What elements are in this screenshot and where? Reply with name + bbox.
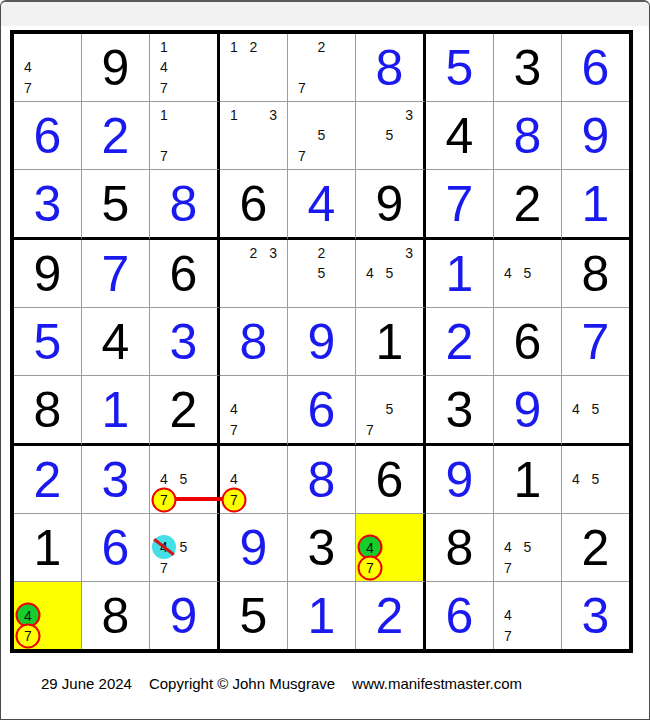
cell-r8c6[interactable]: 47 bbox=[356, 514, 426, 582]
candidate-pos-3: 3 bbox=[263, 243, 283, 263]
cell-r6c3[interactable]: 2 bbox=[150, 376, 220, 446]
cell-r6c4[interactable]: 47 bbox=[220, 376, 288, 446]
candidate-pos-8 bbox=[174, 558, 194, 578]
cell-r4c6[interactable]: 345 bbox=[356, 240, 426, 308]
candidate-pos-8 bbox=[244, 146, 264, 166]
solved-digit: 9 bbox=[220, 514, 287, 581]
given-digit: 3 bbox=[288, 514, 355, 581]
cell-r1c2[interactable]: 9 bbox=[82, 34, 150, 102]
candidate-grid: 23 bbox=[220, 240, 287, 307]
candidate-pos-5: 5 bbox=[380, 263, 400, 283]
cell-r4c7[interactable]: 1 bbox=[426, 240, 494, 308]
candidate-grid: 47 bbox=[220, 446, 287, 513]
cell-r6c7[interactable]: 3 bbox=[426, 376, 494, 446]
candidate-pos-5 bbox=[518, 605, 538, 625]
cell-r6c9[interactable]: 45 bbox=[562, 376, 629, 446]
candidate-pos-7: 7 bbox=[224, 420, 244, 440]
candidate-pos-9 bbox=[331, 78, 351, 98]
candidate-pos-1 bbox=[360, 105, 380, 125]
candidate-pos-7: 7 bbox=[292, 146, 312, 166]
candidate-pos-9 bbox=[193, 558, 213, 578]
candidate-pos-4: 4 bbox=[566, 469, 586, 489]
footer: 29 June 2024Copyright © John Musgravewww… bbox=[41, 675, 522, 692]
candidate-pos-4: 4 bbox=[498, 263, 518, 283]
candidate-pos-1: 1 bbox=[224, 105, 244, 125]
candidate-pos-7 bbox=[224, 78, 244, 98]
footer-website: www.manifestmaster.com bbox=[352, 675, 522, 692]
candidate-pos-9 bbox=[399, 146, 419, 166]
cell-r4c3[interactable]: 6 bbox=[150, 240, 220, 308]
solved-digit: 9 bbox=[150, 582, 217, 649]
solved-digit: 8 bbox=[288, 446, 355, 513]
candidate-pos-5: 5 bbox=[586, 399, 606, 419]
cell-r4c9[interactable]: 8 bbox=[562, 240, 629, 308]
candidate-pos-6 bbox=[331, 57, 351, 77]
candidate-pos-5: 5 bbox=[518, 537, 538, 557]
candidate-pos-8 bbox=[586, 490, 606, 510]
cell-r8c1[interactable]: 1 bbox=[14, 514, 82, 582]
cell-r9c1[interactable]: 47 bbox=[14, 582, 82, 649]
candidate-pos-7: 7 bbox=[154, 558, 174, 578]
candidate-pos-2: 2 bbox=[244, 37, 264, 57]
cell-r1c1[interactable]: 47 bbox=[14, 34, 82, 102]
cell-r9c4[interactable]: 5 bbox=[220, 582, 288, 649]
candidate-pos-7: 7 bbox=[154, 78, 174, 98]
candidate-pos-1: 1 bbox=[154, 37, 174, 57]
candidate-grid: 25 bbox=[288, 240, 355, 307]
cell-r5c2[interactable]: 4 bbox=[82, 308, 150, 376]
candidate-pos-7: 7 bbox=[360, 558, 380, 578]
candidate-pos-2 bbox=[586, 449, 606, 469]
candidate-pos-6 bbox=[193, 125, 213, 145]
cell-r5c1[interactable]: 5 bbox=[14, 308, 82, 376]
solved-digit: 1 bbox=[562, 170, 629, 237]
cell-r3c5[interactable]: 4 bbox=[288, 170, 356, 240]
yellow-circle-mark: 7 bbox=[221, 487, 246, 512]
candidate-pos-4 bbox=[360, 399, 380, 419]
cell-r7c5[interactable]: 8 bbox=[288, 446, 356, 514]
candidate-pos-3 bbox=[537, 585, 557, 605]
solved-digit: 8 bbox=[150, 170, 217, 237]
candidate-pos-4 bbox=[154, 125, 174, 145]
candidate-pos-7: 7 bbox=[224, 490, 244, 510]
candidate-pos-1 bbox=[498, 585, 518, 605]
candidate-pos-2 bbox=[174, 449, 194, 469]
candidate-pos-7 bbox=[292, 284, 312, 304]
candidate-pos-3 bbox=[57, 37, 77, 57]
candidate-pos-9 bbox=[263, 146, 283, 166]
cell-r2c9[interactable]: 9 bbox=[562, 102, 629, 170]
candidate-pos-1 bbox=[18, 37, 38, 57]
solved-digit: 3 bbox=[82, 446, 149, 513]
given-digit: 3 bbox=[426, 376, 493, 443]
candidate-grid: 35 bbox=[356, 102, 423, 169]
candidate-grid: 27 bbox=[288, 34, 355, 101]
candidate-pos-7: 7 bbox=[292, 78, 312, 98]
candidate-pos-1 bbox=[154, 517, 174, 537]
cell-r3c3[interactable]: 8 bbox=[150, 170, 220, 240]
candidate-pos-7: 7 bbox=[498, 626, 518, 646]
cell-r6c5[interactable]: 6 bbox=[288, 376, 356, 446]
candidate-grid: 47 bbox=[220, 376, 287, 443]
cell-r4c5[interactable]: 25 bbox=[288, 240, 356, 308]
candidate-pos-2 bbox=[244, 449, 264, 469]
cell-r7c3[interactable]: 457 bbox=[150, 446, 220, 514]
candidate-pos-6 bbox=[605, 469, 625, 489]
cell-r3c6[interactable]: 9 bbox=[356, 170, 426, 240]
candidate-pos-8 bbox=[244, 490, 264, 510]
cell-r4c2[interactable]: 7 bbox=[82, 240, 150, 308]
candidate-pos-9 bbox=[193, 146, 213, 166]
candidate-pos-1: 1 bbox=[154, 105, 174, 125]
candidate-pos-1 bbox=[498, 243, 518, 263]
given-digit: 6 bbox=[494, 308, 561, 375]
given-digit: 1 bbox=[356, 308, 423, 375]
candidate-pos-3: 3 bbox=[399, 105, 419, 125]
candidate-pos-7: 7 bbox=[18, 626, 38, 646]
candidate-pos-5: 5 bbox=[174, 469, 194, 489]
cell-r5c9[interactable]: 7 bbox=[562, 308, 629, 376]
candidate-pos-8 bbox=[380, 146, 400, 166]
solved-digit: 1 bbox=[288, 582, 355, 649]
candidate-grid: 457 bbox=[494, 514, 561, 581]
candidate-pos-9 bbox=[399, 420, 419, 440]
solved-digit: 9 bbox=[562, 102, 629, 169]
cell-r1c7[interactable]: 5 bbox=[426, 34, 494, 102]
candidate-pos-2 bbox=[380, 243, 400, 263]
candidate-pos-9 bbox=[537, 626, 557, 646]
cell-r6c1[interactable]: 8 bbox=[14, 376, 82, 446]
candidate-pos-7 bbox=[498, 284, 518, 304]
cell-r4c1[interactable]: 9 bbox=[14, 240, 82, 308]
cell-r1c5[interactable]: 27 bbox=[288, 34, 356, 102]
cell-r2c3[interactable]: 17 bbox=[150, 102, 220, 170]
cell-r7c9[interactable]: 45 bbox=[562, 446, 629, 514]
candidate-grid: 45 bbox=[562, 376, 629, 443]
candidate-pos-3 bbox=[605, 379, 625, 399]
candidate-pos-9 bbox=[331, 146, 351, 166]
cell-r8c2[interactable]: 6 bbox=[82, 514, 150, 582]
candidate-pos-2 bbox=[518, 243, 538, 263]
candidate-pos-4 bbox=[292, 125, 312, 145]
cell-r8c8[interactable]: 457 bbox=[494, 514, 562, 582]
given-digit: 5 bbox=[220, 582, 287, 649]
cell-r3c1[interactable]: 3 bbox=[14, 170, 82, 240]
solved-digit: 7 bbox=[426, 170, 493, 237]
cell-r7c2[interactable]: 3 bbox=[82, 446, 150, 514]
candidate-pos-7 bbox=[566, 420, 586, 440]
title-bar bbox=[1, 2, 649, 26]
given-digit: 2 bbox=[150, 376, 217, 443]
cell-r8c4[interactable]: 9 bbox=[220, 514, 288, 582]
candidate-pos-6 bbox=[537, 605, 557, 625]
candidate-pos-1 bbox=[224, 449, 244, 469]
candidate-pos-3 bbox=[331, 105, 351, 125]
candidate-pos-1 bbox=[360, 243, 380, 263]
candidate-pos-4: 4 bbox=[18, 57, 38, 77]
candidate-pos-3: 3 bbox=[263, 105, 283, 125]
solved-digit: 6 bbox=[82, 514, 149, 581]
candidate-pos-5 bbox=[380, 537, 400, 557]
candidate-pos-5 bbox=[244, 125, 264, 145]
given-digit: 8 bbox=[14, 376, 81, 443]
candidate-pos-2 bbox=[586, 379, 606, 399]
cyan-slash-mark: 4 bbox=[152, 535, 176, 559]
cell-r9c6[interactable]: 2 bbox=[356, 582, 426, 649]
candidate-pos-8 bbox=[518, 558, 538, 578]
candidate-pos-9 bbox=[263, 420, 283, 440]
given-digit: 8 bbox=[426, 514, 493, 581]
candidate-pos-7 bbox=[224, 284, 244, 304]
cell-r3c7[interactable]: 7 bbox=[426, 170, 494, 240]
candidate-pos-8 bbox=[244, 78, 264, 98]
cell-r8c5[interactable]: 3 bbox=[288, 514, 356, 582]
candidate-grid: 12 bbox=[220, 34, 287, 101]
candidate-pos-8 bbox=[174, 146, 194, 166]
candidate-pos-2: 2 bbox=[312, 37, 332, 57]
candidate-pos-6 bbox=[263, 399, 283, 419]
candidate-pos-1 bbox=[566, 449, 586, 469]
given-digit: 1 bbox=[14, 514, 81, 581]
candidate-pos-4: 4 bbox=[360, 263, 380, 283]
given-digit: 6 bbox=[356, 446, 423, 513]
candidate-pos-9 bbox=[263, 78, 283, 98]
candidate-grid: 13 bbox=[220, 102, 287, 169]
candidate-pos-3 bbox=[537, 243, 557, 263]
candidate-pos-8 bbox=[312, 78, 332, 98]
candidate-pos-4: 4 bbox=[498, 605, 518, 625]
candidate-pos-8 bbox=[244, 284, 264, 304]
solved-digit: 2 bbox=[14, 446, 81, 513]
cell-r5c8[interactable]: 6 bbox=[494, 308, 562, 376]
given-digit: 2 bbox=[494, 170, 561, 237]
solved-digit: 3 bbox=[562, 582, 629, 649]
cell-r6c8[interactable]: 9 bbox=[494, 376, 562, 446]
cell-r2c7[interactable]: 4 bbox=[426, 102, 494, 170]
candidate-pos-7 bbox=[566, 490, 586, 510]
cell-r2c8[interactable]: 8 bbox=[494, 102, 562, 170]
cell-r5c4[interactable]: 8 bbox=[220, 308, 288, 376]
cell-r8c9[interactable]: 2 bbox=[562, 514, 629, 582]
candidate-pos-6 bbox=[193, 57, 213, 77]
candidate-pos-2: 2 bbox=[244, 243, 264, 263]
cell-r2c5[interactable]: 57 bbox=[288, 102, 356, 170]
candidate-pos-7: 7 bbox=[18, 78, 38, 98]
candidate-pos-6 bbox=[57, 57, 77, 77]
candidate-pos-8 bbox=[518, 284, 538, 304]
candidate-pos-4 bbox=[224, 57, 244, 77]
solved-digit: 4 bbox=[288, 170, 355, 237]
candidate-pos-8 bbox=[380, 558, 400, 578]
solved-digit: 9 bbox=[494, 376, 561, 443]
candidate-pos-5: 5 bbox=[312, 125, 332, 145]
given-digit: 9 bbox=[14, 240, 81, 307]
candidate-pos-7 bbox=[224, 146, 244, 166]
candidate-pos-7: 7 bbox=[154, 146, 174, 166]
cell-r8c3[interactable]: 457 bbox=[150, 514, 220, 582]
cell-r2c6[interactable]: 35 bbox=[356, 102, 426, 170]
candidate-pos-1 bbox=[292, 37, 312, 57]
cell-r9c5[interactable]: 1 bbox=[288, 582, 356, 649]
cell-r2c2[interactable]: 2 bbox=[82, 102, 150, 170]
cell-r7c4[interactable]: 47 bbox=[220, 446, 288, 514]
candidate-pos-7: 7 bbox=[154, 490, 174, 510]
candidate-pos-6 bbox=[193, 469, 213, 489]
candidate-pos-5 bbox=[244, 263, 264, 283]
cell-r6c6[interactable]: 57 bbox=[356, 376, 426, 446]
candidate-pos-1 bbox=[292, 243, 312, 263]
candidate-pos-1 bbox=[224, 379, 244, 399]
candidate-pos-2 bbox=[244, 105, 264, 125]
cell-r7c8[interactable]: 1 bbox=[494, 446, 562, 514]
candidate-pos-3 bbox=[537, 517, 557, 537]
given-digit: 8 bbox=[82, 582, 149, 649]
candidate-pos-6 bbox=[263, 57, 283, 77]
candidate-pos-1 bbox=[224, 243, 244, 263]
solved-digit: 9 bbox=[426, 446, 493, 513]
cell-r9c9[interactable]: 3 bbox=[562, 582, 629, 649]
candidate-pos-1 bbox=[566, 379, 586, 399]
cell-r1c3[interactable]: 147 bbox=[150, 34, 220, 102]
candidate-pos-9 bbox=[537, 558, 557, 578]
candidate-pos-6 bbox=[331, 263, 351, 283]
candidate-grid: 457 bbox=[150, 514, 217, 581]
solved-digit: 5 bbox=[426, 34, 493, 101]
footer-copyright: Copyright © John Musgrave bbox=[149, 675, 335, 692]
given-digit: 3 bbox=[494, 34, 561, 101]
candidate-pos-5: 5 bbox=[312, 263, 332, 283]
solved-digit: 5 bbox=[14, 308, 81, 375]
solved-digit: 1 bbox=[82, 376, 149, 443]
cell-r2c1[interactable]: 6 bbox=[14, 102, 82, 170]
cell-r9c3[interactable]: 9 bbox=[150, 582, 220, 649]
candidate-pos-4 bbox=[224, 125, 244, 145]
solved-digit: 8 bbox=[220, 308, 287, 375]
candidate-pos-4 bbox=[292, 57, 312, 77]
solved-digit: 6 bbox=[426, 582, 493, 649]
cell-r7c7[interactable]: 9 bbox=[426, 446, 494, 514]
candidate-pos-2 bbox=[38, 585, 58, 605]
candidate-pos-2 bbox=[518, 585, 538, 605]
candidate-pos-5 bbox=[38, 605, 58, 625]
solved-digit: 6 bbox=[288, 376, 355, 443]
candidate-pos-2 bbox=[380, 517, 400, 537]
candidate-pos-4: 4 bbox=[566, 399, 586, 419]
candidate-pos-6 bbox=[537, 263, 557, 283]
candidate-pos-8 bbox=[312, 284, 332, 304]
candidate-pos-9 bbox=[263, 284, 283, 304]
candidate-pos-4: 4 bbox=[498, 537, 518, 557]
cell-r5c3[interactable]: 3 bbox=[150, 308, 220, 376]
candidate-pos-5: 5 bbox=[380, 125, 400, 145]
candidate-pos-3 bbox=[605, 449, 625, 469]
candidate-pos-2 bbox=[174, 37, 194, 57]
candidate-pos-6 bbox=[399, 537, 419, 557]
candidate-pos-8 bbox=[174, 78, 194, 98]
candidate-pos-8 bbox=[518, 626, 538, 646]
candidate-pos-4 bbox=[292, 263, 312, 283]
candidate-pos-3 bbox=[331, 243, 351, 263]
cell-r3c8[interactable]: 2 bbox=[494, 170, 562, 240]
candidate-pos-6 bbox=[263, 263, 283, 283]
cell-r5c6[interactable]: 1 bbox=[356, 308, 426, 376]
candidate-pos-6 bbox=[605, 399, 625, 419]
candidate-pos-8 bbox=[380, 284, 400, 304]
cell-r4c8[interactable]: 45 bbox=[494, 240, 562, 308]
cell-r3c9[interactable]: 1 bbox=[562, 170, 629, 240]
candidate-pos-9 bbox=[399, 558, 419, 578]
given-digit: 4 bbox=[82, 308, 149, 375]
solved-digit: 8 bbox=[356, 34, 423, 101]
candidate-pos-6 bbox=[193, 537, 213, 557]
candidate-pos-2 bbox=[174, 517, 194, 537]
cell-r8c7[interactable]: 8 bbox=[426, 514, 494, 582]
cell-r7c6[interactable]: 6 bbox=[356, 446, 426, 514]
cell-r3c4[interactable]: 6 bbox=[220, 170, 288, 240]
candidate-pos-5 bbox=[174, 57, 194, 77]
solved-digit: 7 bbox=[82, 240, 149, 307]
candidate-pos-7 bbox=[360, 146, 380, 166]
cell-r7c1[interactable]: 2 bbox=[14, 446, 82, 514]
cell-r1c4[interactable]: 12 bbox=[220, 34, 288, 102]
solved-digit: 2 bbox=[356, 582, 423, 649]
solved-digit: 9 bbox=[288, 308, 355, 375]
cell-r5c7[interactable]: 2 bbox=[426, 308, 494, 376]
candidate-pos-2 bbox=[174, 105, 194, 125]
candidate-pos-5 bbox=[312, 57, 332, 77]
app-window: 4791471227853662171357354893586497219762… bbox=[0, 0, 650, 720]
candidate-pos-6 bbox=[399, 263, 419, 283]
candidate-pos-4 bbox=[224, 263, 244, 283]
cell-r5c5[interactable]: 9 bbox=[288, 308, 356, 376]
cell-r1c6[interactable]: 8 bbox=[356, 34, 426, 102]
given-digit: 6 bbox=[220, 170, 287, 237]
candidate-pos-3 bbox=[263, 37, 283, 57]
cell-r9c8[interactable]: 47 bbox=[494, 582, 562, 649]
solved-digit: 3 bbox=[150, 308, 217, 375]
candidate-grid: 45 bbox=[494, 240, 561, 307]
cell-r1c8[interactable]: 3 bbox=[494, 34, 562, 102]
candidate-pos-6 bbox=[331, 125, 351, 145]
candidate-grid: 45 bbox=[562, 446, 629, 513]
yellow-circle-mark: 7 bbox=[15, 623, 40, 648]
cell-r9c2[interactable]: 8 bbox=[82, 582, 150, 649]
yellow-circle-mark: 7 bbox=[151, 487, 176, 512]
candidate-pos-9 bbox=[399, 284, 419, 304]
cell-r2c4[interactable]: 13 bbox=[220, 102, 288, 170]
cell-r3c2[interactable]: 5 bbox=[82, 170, 150, 240]
candidate-pos-9 bbox=[537, 284, 557, 304]
candidate-pos-4: 4 bbox=[224, 399, 244, 419]
candidate-pos-5 bbox=[244, 57, 264, 77]
candidate-pos-3 bbox=[399, 379, 419, 399]
candidate-grid: 57 bbox=[356, 376, 423, 443]
candidate-pos-3: 3 bbox=[399, 243, 419, 263]
candidate-pos-9 bbox=[57, 626, 77, 646]
candidate-pos-2 bbox=[380, 379, 400, 399]
candidate-pos-5: 5 bbox=[174, 537, 194, 557]
candidate-pos-3 bbox=[399, 517, 419, 537]
candidate-pos-2 bbox=[38, 37, 58, 57]
cell-r4c4[interactable]: 23 bbox=[220, 240, 288, 308]
candidate-pos-1 bbox=[292, 105, 312, 125]
candidate-pos-5: 5 bbox=[380, 399, 400, 419]
candidate-grid: 345 bbox=[356, 240, 423, 307]
cell-r6c2[interactable]: 1 bbox=[82, 376, 150, 446]
cell-r9c7[interactable]: 6 bbox=[426, 582, 494, 649]
cell-r1c9[interactable]: 6 bbox=[562, 34, 629, 102]
candidate-pos-5 bbox=[244, 399, 264, 419]
